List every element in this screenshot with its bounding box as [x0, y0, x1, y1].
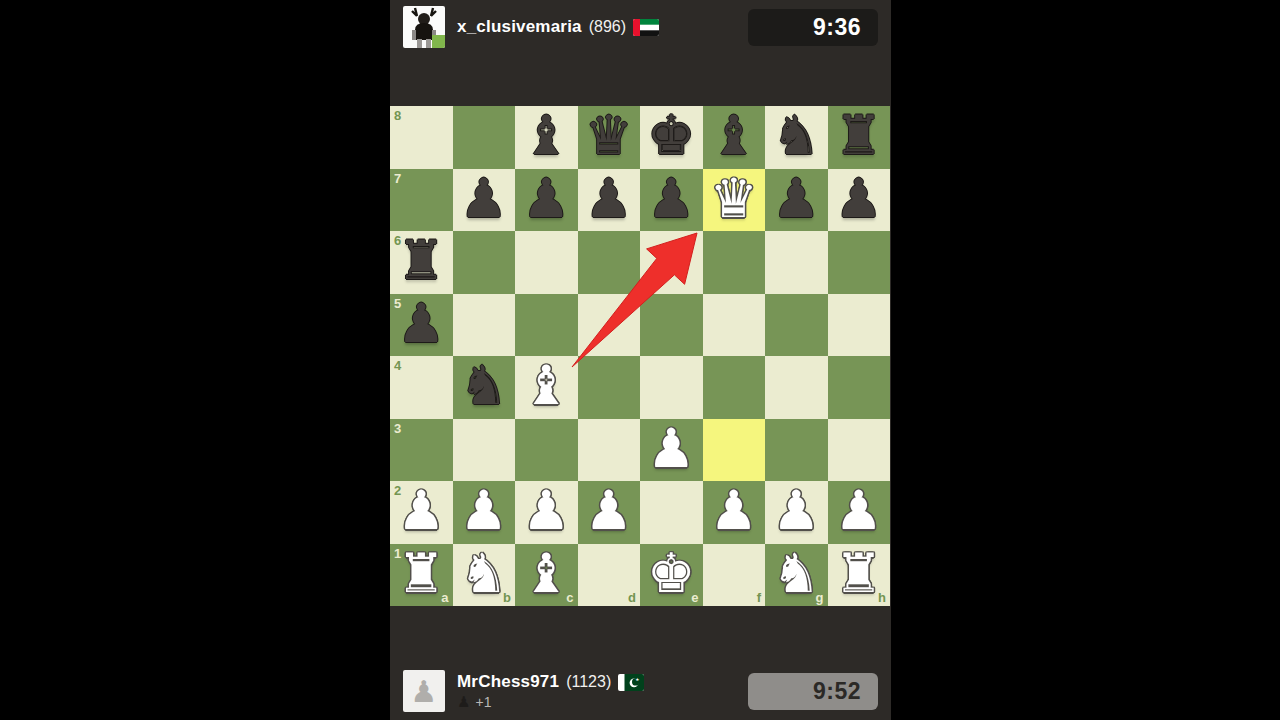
default-pawn-avatar: ♟ [403, 670, 445, 712]
material-advantage-value: +1 [475, 694, 491, 710]
square-b8[interactable] [453, 106, 516, 169]
piece-black-pawn-h7[interactable]: ♟ [828, 169, 891, 232]
chess-board: 8♝♛♚♝♞♜7♟♟♟♟♛♟♟6♜5♟4♞♝3♟2♟♟♟♟♟♟♟1a♜b♞c♝d… [390, 106, 890, 606]
piece-white-queen-f7[interactable]: ♛ [703, 169, 766, 232]
square-h4[interactable] [828, 356, 891, 419]
piece-black-rook-a6[interactable]: ♜ [390, 231, 453, 294]
bottom-player-name[interactable]: MrChess971 [457, 672, 559, 692]
top-player-bar: x_clusivemaria (896) 9:36 [390, 4, 891, 50]
top-player-name[interactable]: x_clusivemaria [457, 17, 582, 37]
square-d3[interactable] [578, 419, 641, 482]
piece-black-pawn-g7[interactable]: ♟ [765, 169, 828, 232]
square-h2[interactable]: ♟ [828, 481, 891, 544]
square-f2[interactable]: ♟ [703, 481, 766, 544]
piece-white-pawn-g2[interactable]: ♟ [765, 481, 828, 544]
square-a5[interactable]: 5♟ [390, 294, 453, 357]
square-a4[interactable]: 4 [390, 356, 453, 419]
square-d4[interactable] [578, 356, 641, 419]
square-g4[interactable] [765, 356, 828, 419]
square-h1[interactable]: h♜ [828, 544, 891, 607]
square-c5[interactable] [515, 294, 578, 357]
square-f5[interactable] [703, 294, 766, 357]
square-e7[interactable]: ♟ [640, 169, 703, 232]
square-e3[interactable]: ♟ [640, 419, 703, 482]
square-d5[interactable] [578, 294, 641, 357]
square-a1[interactable]: 1a♜ [390, 544, 453, 607]
square-c6[interactable] [515, 231, 578, 294]
square-c7[interactable]: ♟ [515, 169, 578, 232]
piece-white-pawn-f2[interactable]: ♟ [703, 481, 766, 544]
square-c1[interactable]: c♝ [515, 544, 578, 607]
piece-black-pawn-b7[interactable]: ♟ [453, 169, 516, 232]
square-d2[interactable]: ♟ [578, 481, 641, 544]
uae-flag-icon [633, 19, 659, 36]
piece-white-knight-g1[interactable]: ♞ [765, 544, 828, 607]
piece-black-knight-g8[interactable]: ♞ [765, 106, 828, 169]
square-e1[interactable]: e♚ [640, 544, 703, 607]
square-g1[interactable]: g♞ [765, 544, 828, 607]
square-a3[interactable]: 3 [390, 419, 453, 482]
square-d7[interactable]: ♟ [578, 169, 641, 232]
square-f8[interactable]: ♝ [703, 106, 766, 169]
piece-white-pawn-a2[interactable]: ♟ [390, 481, 453, 544]
piece-white-pawn-h2[interactable]: ♟ [828, 481, 891, 544]
square-g2[interactable]: ♟ [765, 481, 828, 544]
square-h3[interactable] [828, 419, 891, 482]
piece-black-bishop-f8[interactable]: ♝ [703, 106, 766, 169]
piece-black-bishop-c8[interactable]: ♝ [515, 106, 578, 169]
piece-white-king-e1[interactable]: ♚ [640, 544, 703, 607]
square-h6[interactable] [828, 231, 891, 294]
square-b2[interactable]: ♟ [453, 481, 516, 544]
square-e4[interactable] [640, 356, 703, 419]
piece-white-bishop-c1[interactable]: ♝ [515, 544, 578, 607]
piece-black-knight-b4[interactable]: ♞ [453, 356, 516, 419]
square-d1[interactable]: d [578, 544, 641, 607]
top-player-avatar[interactable] [403, 6, 445, 48]
material-advantage: ♟ +1 [457, 694, 644, 710]
square-b4[interactable]: ♞ [453, 356, 516, 419]
phone-screen: x_clusivemaria (896) 9:36 8♝♛♚♝♞♜7♟♟♟♟♛♟… [390, 0, 891, 720]
square-f7[interactable]: ♛ [703, 169, 766, 232]
file-label-f: f [757, 591, 761, 604]
square-g8[interactable]: ♞ [765, 106, 828, 169]
piece-white-pawn-e3[interactable]: ♟ [640, 419, 703, 482]
piece-black-king-e8[interactable]: ♚ [640, 106, 703, 169]
square-f1[interactable]: f [703, 544, 766, 607]
square-e2[interactable] [640, 481, 703, 544]
piece-black-pawn-c7[interactable]: ♟ [515, 169, 578, 232]
square-e8[interactable]: ♚ [640, 106, 703, 169]
square-d6[interactable] [578, 231, 641, 294]
piece-black-pawn-e7[interactable]: ♟ [640, 169, 703, 232]
square-g3[interactable] [765, 419, 828, 482]
square-g5[interactable] [765, 294, 828, 357]
square-b3[interactable] [453, 419, 516, 482]
pakistan-flag-icon: ★ [618, 674, 644, 691]
piece-white-pawn-c2[interactable]: ♟ [515, 481, 578, 544]
piece-white-rook-a1[interactable]: ♜ [390, 544, 453, 607]
square-c4[interactable]: ♝ [515, 356, 578, 419]
square-h8[interactable]: ♜ [828, 106, 891, 169]
piece-black-pawn-a5[interactable]: ♟ [390, 294, 453, 357]
file-label-d: d [628, 591, 636, 604]
rank-label-8: 8 [394, 109, 401, 122]
square-f6[interactable] [703, 231, 766, 294]
square-a8[interactable]: 8 [390, 106, 453, 169]
square-a7[interactable]: 7 [390, 169, 453, 232]
square-d8[interactable]: ♛ [578, 106, 641, 169]
square-c2[interactable]: ♟ [515, 481, 578, 544]
square-c3[interactable] [515, 419, 578, 482]
square-g7[interactable]: ♟ [765, 169, 828, 232]
online-badge [432, 35, 445, 48]
top-player-clock: 9:36 [748, 9, 878, 46]
rank-label-7: 7 [394, 172, 401, 185]
rank-label-3: 3 [394, 422, 401, 435]
bottom-player-bar: ♟ MrChess971 (1123) ★ ♟ +1 [390, 666, 891, 716]
square-c8[interactable]: ♝ [515, 106, 578, 169]
piece-white-pawn-d2[interactable]: ♟ [578, 481, 641, 544]
square-h7[interactable]: ♟ [828, 169, 891, 232]
svg-text:♟: ♟ [411, 674, 438, 709]
square-h5[interactable] [828, 294, 891, 357]
square-b7[interactable]: ♟ [453, 169, 516, 232]
square-e6[interactable] [640, 231, 703, 294]
square-f4[interactable] [703, 356, 766, 419]
piece-white-knight-b1[interactable]: ♞ [453, 544, 516, 607]
captured-pawn-icon: ♟ [457, 695, 470, 710]
piece-black-rook-h8[interactable]: ♜ [828, 106, 891, 169]
square-b6[interactable] [453, 231, 516, 294]
bottom-player-clock: 9:52 [748, 673, 878, 710]
square-b1[interactable]: b♞ [453, 544, 516, 607]
bottom-player-rating: (1123) [566, 673, 611, 691]
rank-label-4: 4 [394, 359, 401, 372]
square-e5[interactable] [640, 294, 703, 357]
square-a2[interactable]: 2♟ [390, 481, 453, 544]
piece-black-pawn-d7[interactable]: ♟ [578, 169, 641, 232]
piece-black-queen-d8[interactable]: ♛ [578, 106, 641, 169]
piece-white-rook-h1[interactable]: ♜ [828, 544, 891, 607]
square-b5[interactable] [453, 294, 516, 357]
square-g6[interactable] [765, 231, 828, 294]
square-a6[interactable]: 6♜ [390, 231, 453, 294]
piece-white-pawn-b2[interactable]: ♟ [453, 481, 516, 544]
svg-text:★: ★ [635, 676, 639, 681]
piece-white-bishop-c4[interactable]: ♝ [515, 356, 578, 419]
top-player-rating: (896) [589, 18, 626, 36]
antler-character-avatar [403, 6, 445, 48]
bottom-player-avatar[interactable]: ♟ [403, 670, 445, 712]
square-f3[interactable] [703, 419, 766, 482]
